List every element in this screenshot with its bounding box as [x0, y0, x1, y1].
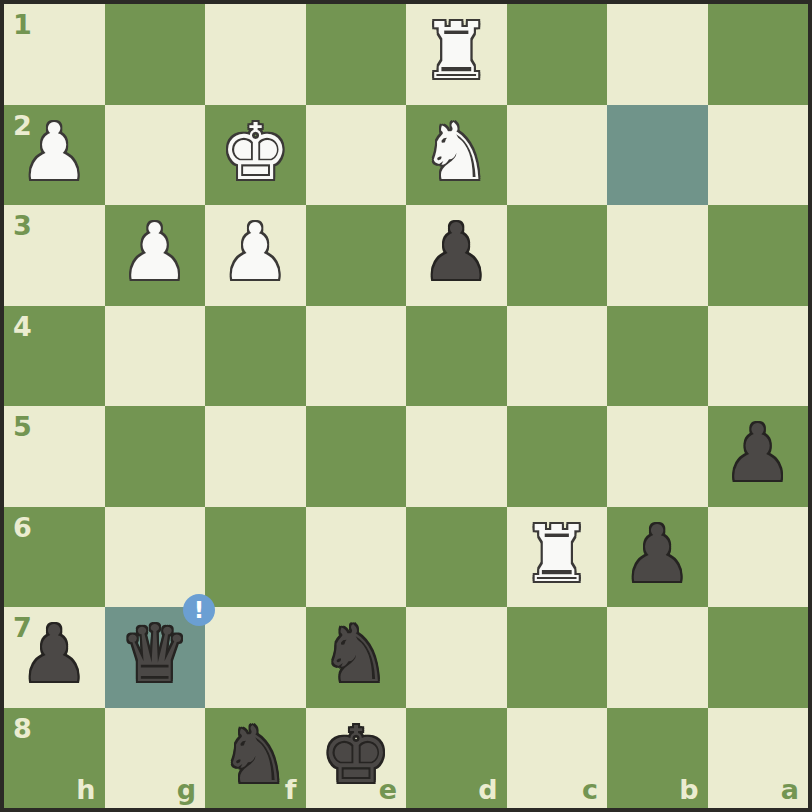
- square-c2[interactable]: [507, 105, 608, 206]
- black-pawn[interactable]: ♟: [723, 414, 793, 492]
- good-move-badge: !: [183, 594, 215, 626]
- square-h2[interactable]: 2♟: [4, 105, 105, 206]
- square-a8[interactable]: a: [708, 708, 809, 809]
- square-g5[interactable]: [105, 406, 206, 507]
- square-h8[interactable]: 8h: [4, 708, 105, 809]
- square-a1[interactable]: [708, 4, 809, 105]
- chess-board: 1♜2♟♚♞3♟♟♟45♟6♜♟7♟♛!♞8hgf♞e♚dcba: [4, 4, 808, 808]
- square-e5[interactable]: [306, 406, 407, 507]
- square-h6[interactable]: 6: [4, 507, 105, 608]
- rank-label-6: 6: [13, 512, 32, 543]
- file-label-a: a: [781, 774, 799, 805]
- square-e6[interactable]: [306, 507, 407, 608]
- square-g1[interactable]: [105, 4, 206, 105]
- square-g8[interactable]: g: [105, 708, 206, 809]
- square-c5[interactable]: [507, 406, 608, 507]
- black-knight[interactable]: ♞: [220, 716, 290, 794]
- rank-label-5: 5: [13, 411, 32, 442]
- square-e3[interactable]: [306, 205, 407, 306]
- square-a2[interactable]: [708, 105, 809, 206]
- square-d6[interactable]: [406, 507, 507, 608]
- square-h4[interactable]: 4: [4, 306, 105, 407]
- square-b2[interactable]: [607, 105, 708, 206]
- square-e7[interactable]: ♞: [306, 607, 407, 708]
- rank-label-8: 8: [13, 713, 32, 744]
- square-b3[interactable]: [607, 205, 708, 306]
- white-pawn[interactable]: ♟: [120, 213, 190, 291]
- square-f3[interactable]: ♟: [205, 205, 306, 306]
- square-c4[interactable]: [507, 306, 608, 407]
- white-rook[interactable]: ♜: [421, 12, 491, 90]
- square-h5[interactable]: 5: [4, 406, 105, 507]
- square-b4[interactable]: [607, 306, 708, 407]
- file-label-b: b: [679, 774, 698, 805]
- square-c7[interactable]: [507, 607, 608, 708]
- square-b5[interactable]: [607, 406, 708, 507]
- square-e2[interactable]: [306, 105, 407, 206]
- square-b1[interactable]: [607, 4, 708, 105]
- rank-label-4: 4: [13, 311, 32, 342]
- square-b8[interactable]: b: [607, 708, 708, 809]
- square-f4[interactable]: [205, 306, 306, 407]
- square-f5[interactable]: [205, 406, 306, 507]
- square-h3[interactable]: 3: [4, 205, 105, 306]
- square-f6[interactable]: [205, 507, 306, 608]
- square-c8[interactable]: c: [507, 708, 608, 809]
- square-b6[interactable]: ♟: [607, 507, 708, 608]
- white-pawn[interactable]: ♟: [220, 213, 290, 291]
- square-g2[interactable]: [105, 105, 206, 206]
- white-knight[interactable]: ♞: [421, 113, 491, 191]
- square-d8[interactable]: d: [406, 708, 507, 809]
- square-g7[interactable]: ♛!: [105, 607, 206, 708]
- square-a4[interactable]: [708, 306, 809, 407]
- file-label-h: h: [76, 774, 95, 805]
- square-e1[interactable]: [306, 4, 407, 105]
- square-g4[interactable]: [105, 306, 206, 407]
- square-e8[interactable]: e♚: [306, 708, 407, 809]
- square-c6[interactable]: ♜: [507, 507, 608, 608]
- square-c1[interactable]: [507, 4, 608, 105]
- square-g6[interactable]: [105, 507, 206, 608]
- square-d2[interactable]: ♞: [406, 105, 507, 206]
- rank-label-3: 3: [13, 210, 32, 241]
- chess-app-window: { "game": "chess", "orientation": "black…: [0, 0, 812, 812]
- file-label-d: d: [478, 774, 497, 805]
- square-h1[interactable]: 1: [4, 4, 105, 105]
- square-f1[interactable]: [205, 4, 306, 105]
- square-d5[interactable]: [406, 406, 507, 507]
- black-king[interactable]: ♚: [321, 716, 391, 794]
- square-d7[interactable]: [406, 607, 507, 708]
- black-pawn[interactable]: ♟: [622, 515, 692, 593]
- square-a3[interactable]: [708, 205, 809, 306]
- square-d3[interactable]: ♟: [406, 205, 507, 306]
- square-b7[interactable]: [607, 607, 708, 708]
- black-queen[interactable]: ♛: [120, 615, 190, 693]
- square-c3[interactable]: [507, 205, 608, 306]
- black-pawn[interactable]: ♟: [19, 615, 89, 693]
- square-f7[interactable]: [205, 607, 306, 708]
- white-pawn[interactable]: ♟: [19, 113, 89, 191]
- square-d4[interactable]: [406, 306, 507, 407]
- black-pawn[interactable]: ♟: [421, 213, 491, 291]
- square-a7[interactable]: [708, 607, 809, 708]
- square-f2[interactable]: ♚: [205, 105, 306, 206]
- rank-label-1: 1: [13, 9, 32, 40]
- white-king[interactable]: ♚: [220, 113, 290, 191]
- file-label-g: g: [177, 774, 196, 805]
- white-rook[interactable]: ♜: [522, 515, 592, 593]
- black-knight[interactable]: ♞: [321, 615, 391, 693]
- square-d1[interactable]: ♜: [406, 4, 507, 105]
- file-label-c: c: [582, 774, 598, 805]
- square-a6[interactable]: [708, 507, 809, 608]
- square-h7[interactable]: 7♟: [4, 607, 105, 708]
- square-f8[interactable]: f♞: [205, 708, 306, 809]
- square-a5[interactable]: ♟: [708, 406, 809, 507]
- square-e4[interactable]: [306, 306, 407, 407]
- square-g3[interactable]: ♟: [105, 205, 206, 306]
